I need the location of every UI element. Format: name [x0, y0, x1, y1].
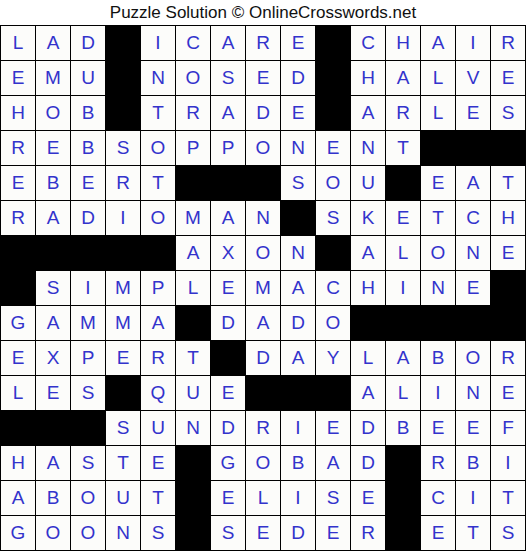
letter-cell: I — [456, 26, 490, 60]
black-cell — [386, 446, 420, 480]
letter-cell: M — [176, 201, 210, 235]
letter-cell: O — [141, 201, 175, 235]
letter-cell: T — [491, 481, 525, 515]
letter-cell: D — [246, 96, 280, 130]
letter-cell: H — [1, 446, 35, 480]
letter-cell: S — [316, 201, 350, 235]
letter-cell: S — [491, 516, 525, 550]
letter-cell: D — [71, 201, 105, 235]
letter-cell: B — [421, 341, 455, 375]
crossword-grid: LADICARECHAIREMUNOSEDHALVEHOBTRADEARLESR… — [0, 25, 526, 551]
letter-cell: O — [316, 166, 350, 200]
letter-cell: E — [421, 166, 455, 200]
letter-cell: A — [246, 306, 280, 340]
letter-cell: T — [141, 481, 175, 515]
letter-cell: R — [351, 516, 385, 550]
black-cell — [421, 131, 455, 165]
letter-cell: B — [386, 411, 420, 445]
letter-cell: G — [1, 516, 35, 550]
letter-cell: I — [421, 376, 455, 410]
letter-cell: A — [36, 26, 70, 60]
letter-cell: T — [106, 446, 140, 480]
letter-cell: H — [351, 271, 385, 305]
letter-cell: E — [281, 96, 315, 130]
letter-cell: M — [106, 271, 140, 305]
letter-cell: R — [386, 96, 420, 130]
letter-cell: E — [316, 411, 350, 445]
letter-cell: D — [281, 306, 315, 340]
black-cell — [141, 236, 175, 270]
letter-cell: A — [141, 306, 175, 340]
letter-cell: U — [141, 411, 175, 445]
letter-cell: R — [246, 26, 280, 60]
letter-cell: E — [1, 61, 35, 95]
letter-cell: S — [211, 61, 245, 95]
black-cell — [71, 236, 105, 270]
black-cell — [456, 131, 490, 165]
letter-cell: E — [36, 376, 70, 410]
letter-cell: L — [386, 236, 420, 270]
letter-cell: B — [281, 446, 315, 480]
letter-cell: A — [281, 341, 315, 375]
black-cell — [491, 306, 525, 340]
letter-cell: O — [71, 516, 105, 550]
black-cell — [176, 481, 210, 515]
letter-cell: L — [176, 271, 210, 305]
letter-cell: M — [36, 61, 70, 95]
letter-cell: C — [176, 26, 210, 60]
letter-cell: I — [491, 446, 525, 480]
letter-cell: M — [71, 306, 105, 340]
letter-cell: S — [71, 376, 105, 410]
black-cell — [1, 411, 35, 445]
letter-cell: S — [106, 131, 140, 165]
letter-cell: R — [491, 341, 525, 375]
letter-cell: A — [211, 96, 245, 130]
letter-cell: L — [246, 481, 280, 515]
letter-cell: H — [351, 61, 385, 95]
letter-cell: X — [36, 341, 70, 375]
letter-cell: K — [351, 201, 385, 235]
letter-cell: O — [36, 516, 70, 550]
letter-cell: R — [106, 166, 140, 200]
letter-cell: S — [211, 516, 245, 550]
letter-cell: U — [176, 376, 210, 410]
letter-cell: N — [176, 411, 210, 445]
letter-cell: E — [211, 481, 245, 515]
black-cell — [176, 306, 210, 340]
letter-cell: D — [281, 516, 315, 550]
letter-cell: E — [211, 376, 245, 410]
letter-cell: T — [141, 166, 175, 200]
letter-cell: N — [421, 271, 455, 305]
black-cell — [281, 376, 315, 410]
letter-cell: N — [351, 131, 385, 165]
letter-cell: N — [141, 61, 175, 95]
black-cell — [386, 516, 420, 550]
letter-cell: L — [351, 341, 385, 375]
letter-cell: O — [246, 446, 280, 480]
letter-cell: D — [246, 341, 280, 375]
letter-cell: A — [386, 61, 420, 95]
letter-cell: N — [281, 236, 315, 270]
letter-cell: X — [211, 236, 245, 270]
letter-cell: I — [141, 26, 175, 60]
letter-cell: A — [36, 446, 70, 480]
letter-cell: C — [421, 481, 455, 515]
letter-cell: D — [351, 446, 385, 480]
black-cell — [491, 271, 525, 305]
letter-cell: E — [246, 516, 280, 550]
letter-cell: N — [281, 131, 315, 165]
black-cell — [211, 166, 245, 200]
letter-cell: O — [141, 131, 175, 165]
letter-cell: E — [246, 61, 280, 95]
black-cell — [316, 26, 350, 60]
black-cell — [421, 306, 455, 340]
letter-cell: U — [351, 166, 385, 200]
letter-cell: B — [36, 166, 70, 200]
letter-cell: E — [456, 411, 490, 445]
letter-cell: I — [281, 411, 315, 445]
black-cell — [106, 26, 140, 60]
black-cell — [36, 411, 70, 445]
letter-cell: U — [106, 481, 140, 515]
letter-cell: B — [71, 96, 105, 130]
black-cell — [176, 166, 210, 200]
letter-cell: E — [106, 341, 140, 375]
letter-cell: L — [1, 26, 35, 60]
black-cell — [246, 166, 280, 200]
letter-cell: M — [106, 306, 140, 340]
letter-cell: G — [211, 446, 245, 480]
letter-cell: T — [141, 96, 175, 130]
letter-cell: V — [456, 61, 490, 95]
letter-cell: A — [386, 341, 420, 375]
letter-cell: Q — [141, 376, 175, 410]
letter-cell: A — [1, 481, 35, 515]
letter-cell: P — [71, 341, 105, 375]
letter-cell: E — [421, 516, 455, 550]
letter-cell: E — [456, 271, 490, 305]
letter-cell: S — [141, 516, 175, 550]
letter-cell: E — [386, 201, 420, 235]
letter-cell: E — [36, 131, 70, 165]
black-cell — [281, 201, 315, 235]
letter-cell: S — [36, 271, 70, 305]
letter-cell: I — [386, 271, 420, 305]
letter-cell: O — [176, 61, 210, 95]
letter-cell: O — [456, 341, 490, 375]
letter-cell: R — [1, 131, 35, 165]
letter-cell: N — [456, 236, 490, 270]
black-cell — [316, 376, 350, 410]
black-cell — [176, 446, 210, 480]
letter-cell: O — [316, 306, 350, 340]
letter-cell: T — [386, 131, 420, 165]
letter-cell: E — [421, 411, 455, 445]
letter-cell: E — [71, 166, 105, 200]
letter-cell: P — [176, 131, 210, 165]
black-cell — [71, 411, 105, 445]
letter-cell: N — [456, 376, 490, 410]
letter-cell: C — [316, 271, 350, 305]
letter-cell: B — [71, 131, 105, 165]
letter-cell: E — [211, 271, 245, 305]
letter-cell: U — [71, 61, 105, 95]
letter-cell: I — [281, 481, 315, 515]
letter-cell: O — [71, 481, 105, 515]
letter-cell: S — [316, 481, 350, 515]
letter-cell: T — [456, 516, 490, 550]
letter-cell: L — [386, 376, 420, 410]
letter-cell: N — [246, 201, 280, 235]
letter-cell: T — [491, 166, 525, 200]
letter-cell: E — [141, 446, 175, 480]
letter-cell: L — [421, 61, 455, 95]
black-cell — [386, 166, 420, 200]
letter-cell: I — [71, 271, 105, 305]
letter-cell: C — [351, 26, 385, 60]
letter-cell: E — [1, 341, 35, 375]
letter-cell: S — [106, 411, 140, 445]
letter-cell: E — [281, 26, 315, 60]
letter-cell: D — [281, 61, 315, 95]
black-cell — [1, 236, 35, 270]
letter-cell: R — [141, 341, 175, 375]
letter-cell: A — [211, 201, 245, 235]
letter-cell: D — [71, 26, 105, 60]
letter-cell: D — [351, 411, 385, 445]
letter-cell: S — [491, 96, 525, 130]
letter-cell: E — [1, 166, 35, 200]
letter-cell: O — [246, 131, 280, 165]
letter-cell: R — [421, 446, 455, 480]
letter-cell: A — [281, 271, 315, 305]
letter-cell: R — [176, 96, 210, 130]
letter-cell: E — [456, 96, 490, 130]
letter-cell: S — [71, 446, 105, 480]
letter-cell: G — [1, 306, 35, 340]
letter-cell: B — [456, 446, 490, 480]
letter-cell: L — [1, 376, 35, 410]
black-cell — [106, 61, 140, 95]
letter-cell: A — [351, 376, 385, 410]
black-cell — [316, 236, 350, 270]
letter-cell: T — [421, 201, 455, 235]
letter-cell: M — [246, 271, 280, 305]
letter-cell: P — [211, 131, 245, 165]
letter-cell: E — [316, 516, 350, 550]
black-cell — [176, 516, 210, 550]
letter-cell: E — [351, 481, 385, 515]
letter-cell: A — [421, 26, 455, 60]
black-cell — [106, 236, 140, 270]
black-cell — [316, 96, 350, 130]
letter-cell: I — [456, 481, 490, 515]
letter-cell: O — [246, 236, 280, 270]
letter-cell: E — [491, 376, 525, 410]
letter-cell: L — [421, 96, 455, 130]
letter-cell: F — [491, 411, 525, 445]
black-cell — [246, 376, 280, 410]
letter-cell: R — [1, 201, 35, 235]
letter-cell: A — [211, 26, 245, 60]
black-cell — [106, 96, 140, 130]
letter-cell: H — [386, 26, 420, 60]
black-cell — [456, 306, 490, 340]
letter-cell: C — [456, 201, 490, 235]
black-cell — [386, 481, 420, 515]
letter-cell: O — [36, 96, 70, 130]
letter-cell: E — [491, 236, 525, 270]
letter-cell: D — [211, 306, 245, 340]
letter-cell: A — [456, 166, 490, 200]
black-cell — [211, 341, 245, 375]
black-cell — [351, 306, 385, 340]
letter-cell: A — [351, 236, 385, 270]
letter-cell: N — [106, 516, 140, 550]
page-title: Puzzle Solution © OnlineCrosswords.net — [0, 0, 526, 25]
letter-cell: D — [211, 411, 245, 445]
letter-cell: A — [316, 446, 350, 480]
letter-cell: T — [176, 341, 210, 375]
black-cell — [316, 61, 350, 95]
letter-cell: P — [141, 271, 175, 305]
black-cell — [1, 271, 35, 305]
letter-cell: A — [36, 306, 70, 340]
black-cell — [386, 306, 420, 340]
black-cell — [106, 376, 140, 410]
letter-cell: E — [316, 131, 350, 165]
black-cell — [491, 131, 525, 165]
letter-cell: I — [106, 201, 140, 235]
black-cell — [36, 236, 70, 270]
letter-cell: A — [176, 236, 210, 270]
letter-cell: R — [491, 26, 525, 60]
letter-cell: H — [1, 96, 35, 130]
letter-cell: R — [246, 411, 280, 445]
letter-cell: S — [281, 166, 315, 200]
letter-cell: O — [421, 236, 455, 270]
letter-cell: E — [491, 61, 525, 95]
letter-cell: A — [351, 96, 385, 130]
letter-cell: A — [36, 201, 70, 235]
letter-cell: H — [491, 201, 525, 235]
puzzle-solution-page: Puzzle Solution © OnlineCrosswords.net L… — [0, 0, 526, 551]
letter-cell: B — [36, 481, 70, 515]
letter-cell: Y — [316, 341, 350, 375]
